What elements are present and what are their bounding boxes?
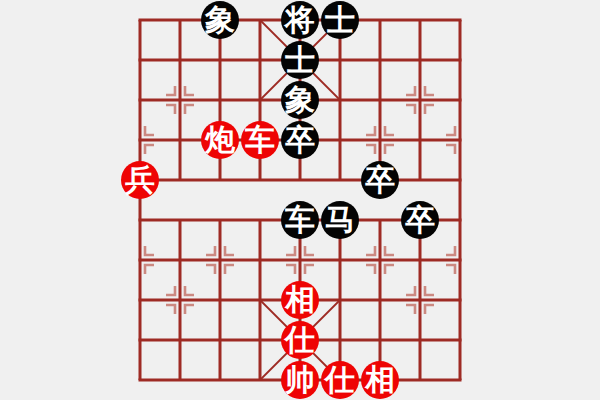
piece-black-soldier[interactable]: 卒	[281, 121, 319, 159]
piece-red-general[interactable]: 帅	[281, 361, 319, 399]
piece-red-cannon[interactable]: 炮	[201, 121, 239, 159]
piece-black-elephant[interactable]: 象	[281, 81, 319, 119]
piece-red-advisor[interactable]: 仕	[281, 321, 319, 359]
piece-black-advisor[interactable]: 士	[281, 41, 319, 79]
piece-red-chariot[interactable]: 车	[241, 121, 279, 159]
piece-black-advisor[interactable]: 士	[321, 1, 359, 39]
piece-black-elephant[interactable]: 象	[201, 1, 239, 39]
piece-red-advisor[interactable]: 仕	[321, 361, 359, 399]
piece-black-horse[interactable]: 马	[321, 201, 359, 239]
xiangqi-board[interactable]: 象将士士象炮车卒兵卒车马卒相仕帅仕相	[0, 0, 600, 400]
piece-red-elephant[interactable]: 相	[361, 361, 399, 399]
piece-black-soldier[interactable]: 卒	[401, 201, 439, 239]
piece-black-general[interactable]: 将	[281, 1, 319, 39]
pieces-layer: 象将士士象炮车卒兵卒车马卒相仕帅仕相	[120, 0, 480, 400]
piece-red-elephant[interactable]: 相	[281, 281, 319, 319]
piece-black-chariot[interactable]: 车	[281, 201, 319, 239]
piece-black-soldier[interactable]: 卒	[361, 161, 399, 199]
piece-red-soldier[interactable]: 兵	[121, 161, 159, 199]
